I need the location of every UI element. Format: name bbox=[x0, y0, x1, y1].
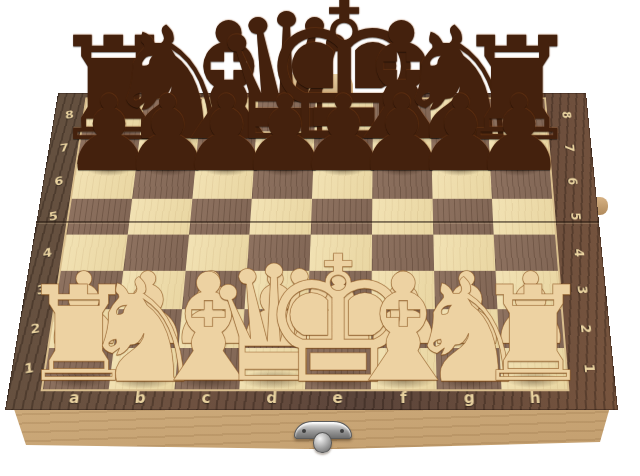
square-b5[interactable] bbox=[128, 199, 192, 235]
chess-set-photo: abcdefgh 87654321 87654321 ♜♞♝♛♚♝♞♜♟♟♟♟♟… bbox=[0, 0, 640, 476]
clasp-screw-left bbox=[302, 429, 306, 433]
square-g5[interactable] bbox=[432, 199, 494, 235]
square-a5[interactable] bbox=[66, 199, 131, 235]
front-clasp bbox=[294, 421, 350, 463]
rank-label-right-5: 5 bbox=[555, 200, 598, 233]
piece-black-pawn-h7[interactable]: ♟ bbox=[429, 81, 609, 186]
clasp-screw-right bbox=[340, 429, 344, 433]
rank-label-left-5: 5 bbox=[39, 197, 69, 236]
piece-white-rook-h1[interactable]: ♜ bbox=[443, 269, 623, 401]
square-c5[interactable] bbox=[189, 199, 252, 235]
clasp-knob-icon bbox=[313, 432, 332, 453]
square-h5[interactable] bbox=[492, 199, 555, 235]
